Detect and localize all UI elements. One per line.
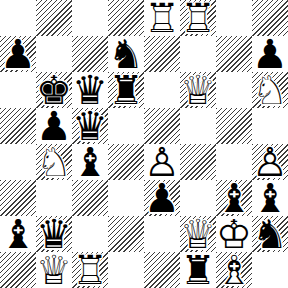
piece-glyph: ♗: [216, 252, 252, 288]
square-a5[interactable]: [0, 108, 36, 144]
black-bishop: ♝♝: [0, 216, 36, 252]
black-bishop: ♝♝: [72, 144, 108, 180]
piece-glyph: ♟: [0, 36, 36, 72]
square-a6[interactable]: [0, 72, 36, 108]
white-rook: ♜♖: [72, 252, 108, 288]
square-g7[interactable]: [216, 36, 252, 72]
square-e7[interactable]: [144, 36, 180, 72]
square-b8[interactable]: [36, 0, 72, 36]
square-c8[interactable]: [72, 0, 108, 36]
square-a2[interactable]: ♝♝: [0, 216, 36, 252]
piece-glyph: ♞: [252, 216, 288, 252]
square-d1[interactable]: [108, 252, 144, 288]
square-b4[interactable]: ♞♘: [36, 144, 72, 180]
white-bishop: ♝♗: [216, 252, 252, 288]
square-c4[interactable]: ♝♝: [72, 144, 108, 180]
square-c1[interactable]: ♜♖: [72, 252, 108, 288]
square-g8[interactable]: [216, 0, 252, 36]
black-pawn: ♟♟: [0, 36, 36, 72]
white-knight: ♞♘: [36, 144, 72, 180]
square-f6[interactable]: ♛♕: [180, 72, 216, 108]
piece-glyph: ♟: [144, 180, 180, 216]
square-g1[interactable]: ♝♗: [216, 252, 252, 288]
chessboard: ♜♖♜♖♟♟♞♞♟♟♚♚♛♛♜♜♛♕♞♘♟♟♛♛♞♘♝♝♟♙♟♙♟♟♝♝♝♝♝♝…: [0, 0, 288, 288]
square-d4[interactable]: [108, 144, 144, 180]
square-d6[interactable]: ♜♜: [108, 72, 144, 108]
black-rook: ♜♜: [108, 72, 144, 108]
square-d2[interactable]: [108, 216, 144, 252]
square-a7[interactable]: ♟♟: [0, 36, 36, 72]
square-f5[interactable]: [180, 108, 216, 144]
square-h1[interactable]: [252, 252, 288, 288]
square-e8[interactable]: ♜♖: [144, 0, 180, 36]
square-f8[interactable]: ♜♖: [180, 0, 216, 36]
square-h2[interactable]: ♞♞: [252, 216, 288, 252]
white-rook: ♜♖: [180, 0, 216, 36]
black-rook: ♜♜: [180, 252, 216, 288]
square-f1[interactable]: ♜♜: [180, 252, 216, 288]
square-d3[interactable]: [108, 180, 144, 216]
square-g5[interactable]: [216, 108, 252, 144]
white-queen: ♛♕: [36, 252, 72, 288]
square-a1[interactable]: [0, 252, 36, 288]
black-knight: ♞♞: [252, 216, 288, 252]
piece-glyph: ♖: [72, 252, 108, 288]
piece-glyph: ♝: [0, 216, 36, 252]
square-d5[interactable]: [108, 108, 144, 144]
white-rook: ♜♖: [144, 0, 180, 36]
piece-glyph: ♜: [180, 252, 216, 288]
piece-glyph: ♕: [180, 72, 216, 108]
piece-glyph: ♘: [252, 72, 288, 108]
white-queen: ♛♕: [180, 72, 216, 108]
square-a4[interactable]: [0, 144, 36, 180]
piece-glyph: ♝: [72, 144, 108, 180]
piece-glyph: ♘: [36, 144, 72, 180]
square-f4[interactable]: [180, 144, 216, 180]
square-e6[interactable]: [144, 72, 180, 108]
square-e3[interactable]: ♟♟: [144, 180, 180, 216]
piece-glyph: ♕: [36, 252, 72, 288]
piece-glyph: ♖: [144, 0, 180, 36]
square-e2[interactable]: [144, 216, 180, 252]
piece-glyph: ♖: [180, 0, 216, 36]
black-pawn: ♟♟: [144, 180, 180, 216]
square-b1[interactable]: ♛♕: [36, 252, 72, 288]
square-h6[interactable]: ♞♘: [252, 72, 288, 108]
square-g6[interactable]: [216, 72, 252, 108]
square-c3[interactable]: [72, 180, 108, 216]
white-knight: ♞♘: [252, 72, 288, 108]
piece-glyph: ♜: [108, 72, 144, 108]
square-e1[interactable]: [144, 252, 180, 288]
